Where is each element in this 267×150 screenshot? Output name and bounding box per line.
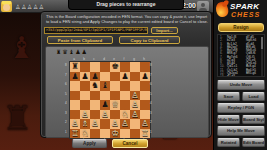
- square-a6[interactable]: [70, 81, 80, 91]
- square-d6[interactable]: ♝: [100, 81, 110, 91]
- piece-black-pawn[interactable]: ♟: [80, 72, 90, 82]
- square-c4[interactable]: [90, 100, 100, 110]
- sidebar-button-row: Replay / PGN: [217, 103, 265, 113]
- square-f6[interactable]: [120, 81, 130, 91]
- dialog-description: This is the Board configuration encoded …: [46, 14, 208, 25]
- background-bishop-piece: ♝: [8, 33, 35, 63]
- square-h4[interactable]: [140, 100, 150, 110]
- app-logo: SPARK CHESS: [214, 0, 267, 22]
- square-g7[interactable]: [130, 72, 140, 82]
- square-b1[interactable]: ♘: [80, 129, 90, 139]
- import-button[interactable]: Import...: [151, 27, 178, 34]
- coord-label: 3: [150, 109, 152, 119]
- piece-white-rook[interactable]: ♖: [70, 129, 80, 139]
- coord-label: 5: [65, 90, 67, 100]
- square-g1[interactable]: [130, 129, 140, 139]
- coord-label: 4: [65, 99, 67, 109]
- square-c5[interactable]: [90, 91, 100, 101]
- piece-black-bishop[interactable]: ♝: [100, 81, 110, 91]
- white-move: d2-d3: [227, 75, 246, 77]
- hide-moves-button[interactable]: Hide Moves: [217, 115, 240, 125]
- logo-text-spark: SPARK: [230, 2, 259, 11]
- square-e6[interactable]: [110, 81, 120, 91]
- square-a4[interactable]: [70, 100, 80, 110]
- move-list[interactable]: 1.Ng1-f3d7-d52.b2-b3Ng8-h63.Bc1-b2d5-d44…: [217, 34, 265, 77]
- player-avatar: [1, 1, 12, 12]
- square-d1[interactable]: [100, 129, 110, 139]
- piece-black-pawn[interactable]: ♟: [140, 72, 150, 82]
- piece-black-pawn[interactable]: ♟: [70, 72, 80, 82]
- moves-scrollbar[interactable]: [261, 37, 263, 76]
- replay-pgn-button[interactable]: Replay / PGN: [217, 103, 265, 113]
- sidebar: SPARK CHESS Resign 1.Ng1-f3d7-d52.b2-b3N…: [213, 0, 267, 150]
- sidebar-button-row: RotatedEdit Board: [217, 138, 265, 148]
- square-d8[interactable]: [100, 62, 110, 72]
- piece-black-knight[interactable]: ♞: [90, 81, 100, 91]
- square-e7[interactable]: [110, 72, 120, 82]
- coord-label: 2: [65, 118, 67, 128]
- square-h1[interactable]: ♖: [140, 129, 150, 139]
- coord-label: 1: [150, 128, 152, 138]
- moves-scrollbar-thumb[interactable]: [261, 37, 263, 49]
- square-g2[interactable]: [130, 119, 140, 129]
- dialog-title: Drag pieces to rearrange: [68, 0, 184, 10]
- board-zone: ♜♛♝♟♟ abcdefgh 87654321 ♜♚♟♟♟♟♟♞♝♙♟♕♙♙♙♘…: [45, 46, 209, 138]
- load-button[interactable]: Load: [242, 92, 265, 102]
- square-f7[interactable]: ♟: [120, 72, 130, 82]
- save-button[interactable]: Save: [217, 92, 240, 102]
- rank-labels-right: 87654321: [150, 61, 152, 137]
- sidebar-buttons: Undo MoveSaveLoadReplay / PGNHide MovesB…: [217, 80, 265, 147]
- piece-white-rook[interactable]: ♖: [140, 129, 150, 139]
- piece-white-knight[interactable]: ♘: [80, 129, 90, 139]
- resign-button[interactable]: Resign: [218, 23, 264, 32]
- square-e8[interactable]: ♚: [110, 62, 120, 72]
- square-f2[interactable]: ♙: [120, 119, 130, 129]
- captured-black-pieces: ♜♛♝♟♟: [56, 48, 88, 55]
- rank-labels-left: 87654321: [65, 61, 67, 137]
- coord-label: 3: [65, 109, 67, 119]
- square-f1[interactable]: [120, 129, 130, 139]
- undo-move-button[interactable]: Undo Move: [217, 80, 265, 90]
- square-e4[interactable]: ♕: [110, 100, 120, 110]
- coord-label: 8: [65, 61, 67, 71]
- background-rook-piece: ♜: [2, 101, 32, 135]
- rotated-button[interactable]: Rotated: [217, 138, 240, 148]
- square-b6[interactable]: [80, 81, 90, 91]
- paste-from-clipboard-button[interactable]: Paste from Clipboard: [47, 36, 113, 44]
- app-screen: ♝ ♜ ♟ ♙♙♙♙♙ 2:00 Drag pieces to rearrang…: [0, 0, 267, 150]
- square-b5[interactable]: [80, 91, 90, 101]
- apply-button[interactable]: Apply: [72, 139, 107, 148]
- sidebar-button-row: Undo Move: [217, 80, 265, 90]
- coord-label: 8: [150, 61, 152, 71]
- logo-text-chess: CHESS: [231, 11, 260, 18]
- help-me-move-button[interactable]: Help Me Move: [217, 126, 265, 136]
- square-g8[interactable]: [130, 62, 140, 72]
- coord-label: 1: [65, 128, 67, 138]
- square-d2[interactable]: [100, 119, 110, 129]
- coord-label: 7: [65, 71, 67, 81]
- square-a1[interactable]: ♖: [70, 129, 80, 139]
- sidebar-button-row: Help Me Move: [217, 126, 265, 136]
- square-e1[interactable]: ♔: [110, 129, 120, 139]
- edit-board-button[interactable]: Edit Board: [242, 138, 265, 148]
- coord-label: 5: [150, 90, 152, 100]
- sidebar-button-row: SaveLoad: [217, 92, 265, 102]
- coord-label: 2: [150, 118, 152, 128]
- square-c6[interactable]: ♞: [90, 81, 100, 91]
- move-number: 13.: [220, 75, 227, 77]
- fen-input[interactable]: r3k3/ppp2p1p/2nb4/6P1/3pQ1P1/1P1P1NP1/PB…: [44, 27, 148, 34]
- piece-black-pawn[interactable]: ♟: [120, 72, 130, 82]
- square-d3[interactable]: ♙: [100, 110, 110, 120]
- flame-icon: [216, 2, 228, 17]
- square-g3[interactable]: ♙: [130, 110, 140, 120]
- square-a5[interactable]: [70, 91, 80, 101]
- square-b7[interactable]: ♟: [80, 72, 90, 82]
- copy-to-clipboard-button[interactable]: Copy to Clipboard: [119, 36, 180, 44]
- coord-label: 6: [150, 80, 152, 90]
- piece-white-king[interactable]: ♔: [110, 129, 120, 139]
- square-a7[interactable]: ♟: [70, 72, 80, 82]
- move-row[interactable]: 13.d2-d3: [220, 75, 264, 77]
- piece-black-king[interactable]: ♚: [110, 62, 120, 72]
- square-h7[interactable]: ♟: [140, 72, 150, 82]
- dialog-body: This is the Board configuration encoded …: [40, 11, 212, 138]
- avatar-face: [3, 4, 10, 11]
- sidebar-button-row: Hide MovesBoard Style: [217, 115, 265, 125]
- board-style-button[interactable]: Board Style: [242, 115, 265, 125]
- square-c2[interactable]: ♙: [90, 119, 100, 129]
- piece-white-pawn[interactable]: ♙: [120, 119, 130, 129]
- square-c1[interactable]: [90, 129, 100, 139]
- coord-label: 7: [150, 71, 152, 81]
- chess-board[interactable]: ♜♚♟♟♟♟♟♞♝♙♟♕♙♙♙♘♙♙♗♙♙♙♙♖♘♔♖: [69, 61, 151, 139]
- coord-label: 4: [150, 99, 152, 109]
- board-editor-dialog: Drag pieces to rearrange This is the Boa…: [40, 0, 212, 138]
- piece-white-pawn[interactable]: ♙: [100, 110, 110, 120]
- square-f5[interactable]: [120, 91, 130, 101]
- square-h6[interactable]: [140, 81, 150, 91]
- square-h5[interactable]: [140, 91, 150, 101]
- piece-white-queen[interactable]: ♕: [110, 100, 120, 110]
- coord-label: 6: [65, 80, 67, 90]
- piece-white-pawn[interactable]: ♙: [90, 119, 100, 129]
- cancel-button[interactable]: Cancel: [112, 139, 148, 148]
- piece-white-pawn[interactable]: ♙: [130, 110, 140, 120]
